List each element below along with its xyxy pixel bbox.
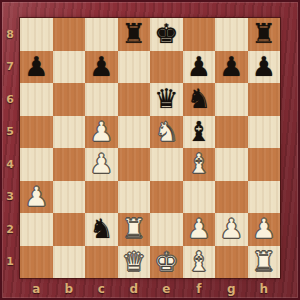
square-c2[interactable]: ♞ — [85, 213, 118, 246]
rank-label-8: 8 — [0, 18, 20, 51]
square-a1[interactable] — [20, 246, 53, 279]
square-f3[interactable] — [183, 181, 216, 214]
piece-black-bishop[interactable]: ♝ — [187, 116, 211, 148]
square-d2[interactable]: ♜ — [118, 213, 151, 246]
file-label-a: a — [20, 278, 53, 300]
piece-black-knight[interactable]: ♞ — [89, 213, 113, 245]
piece-white-rook[interactable]: ♜ — [122, 213, 146, 245]
piece-white-pawn[interactable]: ♟ — [24, 181, 48, 213]
piece-white-pawn[interactable]: ♟ — [219, 213, 243, 245]
square-f6[interactable]: ♞ — [183, 83, 216, 116]
square-h3[interactable] — [248, 181, 281, 214]
rank-label-7: 7 — [0, 51, 20, 84]
square-g3[interactable] — [215, 181, 248, 214]
square-g6[interactable] — [215, 83, 248, 116]
square-g4[interactable] — [215, 148, 248, 181]
square-c6[interactable] — [85, 83, 118, 116]
piece-white-queen[interactable]: ♛ — [122, 246, 146, 278]
square-d4[interactable] — [118, 148, 151, 181]
square-g1[interactable] — [215, 246, 248, 279]
square-f1[interactable]: ♝ — [183, 246, 216, 279]
piece-black-pawn[interactable]: ♟ — [24, 51, 48, 83]
square-a7[interactable]: ♟ — [20, 51, 53, 84]
square-f7[interactable]: ♟ — [183, 51, 216, 84]
square-g5[interactable] — [215, 116, 248, 149]
square-h1[interactable]: ♜ — [248, 246, 281, 279]
piece-black-pawn[interactable]: ♟ — [219, 51, 243, 83]
piece-black-king[interactable]: ♚ — [154, 18, 178, 50]
square-f5[interactable]: ♝ — [183, 116, 216, 149]
square-b7[interactable] — [53, 51, 86, 84]
piece-black-pawn[interactable]: ♟ — [89, 51, 113, 83]
square-c3[interactable] — [85, 181, 118, 214]
square-g7[interactable]: ♟ — [215, 51, 248, 84]
square-c7[interactable]: ♟ — [85, 51, 118, 84]
piece-white-rook[interactable]: ♜ — [252, 246, 276, 278]
rank-label-2: 2 — [0, 213, 20, 246]
square-e7[interactable] — [150, 51, 183, 84]
piece-white-king[interactable]: ♚ — [154, 246, 178, 278]
square-a2[interactable] — [20, 213, 53, 246]
rank-label-1: 1 — [0, 246, 20, 279]
square-b3[interactable] — [53, 181, 86, 214]
square-a8[interactable] — [20, 18, 53, 51]
square-a5[interactable] — [20, 116, 53, 149]
square-d5[interactable] — [118, 116, 151, 149]
square-e3[interactable] — [150, 181, 183, 214]
square-d1[interactable]: ♛ — [118, 246, 151, 279]
square-a4[interactable] — [20, 148, 53, 181]
piece-black-rook[interactable]: ♜ — [252, 18, 276, 50]
square-h4[interactable] — [248, 148, 281, 181]
chess-board: ♜♚♜♟♟♟♟♟♛♞♟♞♝♟♝♟♞♜♟♟♟♛♚♝♜ — [20, 18, 280, 278]
square-e1[interactable]: ♚ — [150, 246, 183, 279]
file-label-c: c — [85, 278, 118, 300]
square-b2[interactable] — [53, 213, 86, 246]
square-e8[interactable]: ♚ — [150, 18, 183, 51]
square-g8[interactable] — [215, 18, 248, 51]
square-c5[interactable]: ♟ — [85, 116, 118, 149]
piece-black-rook[interactable]: ♜ — [122, 18, 146, 50]
square-c4[interactable]: ♟ — [85, 148, 118, 181]
piece-white-pawn[interactable]: ♟ — [89, 116, 113, 148]
square-e2[interactable] — [150, 213, 183, 246]
square-e5[interactable]: ♞ — [150, 116, 183, 149]
rank-label-5: 5 — [0, 116, 20, 149]
square-e4[interactable] — [150, 148, 183, 181]
file-label-e: e — [150, 278, 183, 300]
square-d7[interactable] — [118, 51, 151, 84]
piece-black-pawn[interactable]: ♟ — [252, 51, 276, 83]
square-f2[interactable]: ♟ — [183, 213, 216, 246]
square-d8[interactable]: ♜ — [118, 18, 151, 51]
rank-label-4: 4 — [0, 148, 20, 181]
rank-label-3: 3 — [0, 181, 20, 214]
square-e6[interactable]: ♛ — [150, 83, 183, 116]
file-label-h: h — [248, 278, 281, 300]
square-h8[interactable]: ♜ — [248, 18, 281, 51]
chess-board-frame: 87654321 ♜♚♜♟♟♟♟♟♛♞♟♞♝♟♝♟♞♜♟♟♟♛♚♝♜ abcde… — [0, 0, 300, 300]
rank-label-6: 6 — [0, 83, 20, 116]
file-labels: abcdefgh — [20, 278, 280, 300]
file-label-f: f — [183, 278, 216, 300]
square-f8[interactable] — [183, 18, 216, 51]
square-a6[interactable] — [20, 83, 53, 116]
piece-white-bishop[interactable]: ♝ — [187, 246, 211, 278]
square-h7[interactable]: ♟ — [248, 51, 281, 84]
square-b5[interactable] — [53, 116, 86, 149]
piece-white-bishop[interactable]: ♝ — [187, 148, 211, 180]
file-label-b: b — [53, 278, 86, 300]
rank-labels: 87654321 — [0, 18, 20, 278]
file-label-g: g — [215, 278, 248, 300]
square-c1[interactable] — [85, 246, 118, 279]
square-d6[interactable] — [118, 83, 151, 116]
piece-black-knight[interactable]: ♞ — [187, 83, 211, 115]
square-h6[interactable] — [248, 83, 281, 116]
square-h5[interactable] — [248, 116, 281, 149]
square-c8[interactable] — [85, 18, 118, 51]
piece-black-queen[interactable]: ♛ — [154, 83, 178, 115]
square-b4[interactable] — [53, 148, 86, 181]
piece-white-pawn[interactable]: ♟ — [89, 148, 113, 180]
square-a3[interactable]: ♟ — [20, 181, 53, 214]
square-h2[interactable]: ♟ — [248, 213, 281, 246]
piece-white-knight[interactable]: ♞ — [154, 116, 178, 148]
square-b6[interactable] — [53, 83, 86, 116]
piece-white-pawn[interactable]: ♟ — [187, 213, 211, 245]
piece-black-pawn[interactable]: ♟ — [187, 51, 211, 83]
square-d3[interactable] — [118, 181, 151, 214]
square-f4[interactable]: ♝ — [183, 148, 216, 181]
file-label-d: d — [118, 278, 151, 300]
square-b8[interactable] — [53, 18, 86, 51]
square-b1[interactable] — [53, 246, 86, 279]
piece-white-pawn[interactable]: ♟ — [252, 213, 276, 245]
square-g2[interactable]: ♟ — [215, 213, 248, 246]
